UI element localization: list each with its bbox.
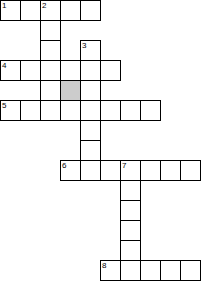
crossword-cell[interactable] xyxy=(20,100,41,121)
crossword-cell[interactable] xyxy=(80,120,101,141)
crossword-cell[interactable] xyxy=(60,100,81,121)
crossword-cell[interactable] xyxy=(140,160,161,181)
crossword-cell[interactable] xyxy=(100,60,121,81)
crossword-cell[interactable] xyxy=(100,160,121,181)
crossword-cell[interactable] xyxy=(120,160,141,181)
crossword-cell[interactable] xyxy=(60,60,81,81)
crossword-cell-shaded[interactable] xyxy=(60,80,81,101)
crossword-cell[interactable] xyxy=(120,100,141,121)
crossword-cell[interactable] xyxy=(160,160,181,181)
crossword-cell[interactable] xyxy=(140,260,161,281)
crossword-cell[interactable] xyxy=(80,160,101,181)
crossword-cell[interactable] xyxy=(40,0,61,21)
crossword-cell[interactable] xyxy=(20,60,41,81)
crossword-cell[interactable] xyxy=(100,100,121,121)
crossword-cell[interactable] xyxy=(120,220,141,241)
crossword-cell[interactable] xyxy=(80,40,101,61)
crossword-cell[interactable] xyxy=(0,0,21,21)
crossword-cell[interactable] xyxy=(0,100,21,121)
crossword-cell[interactable] xyxy=(180,160,201,181)
crossword-board: 12345678 xyxy=(0,0,201,281)
crossword-cell[interactable] xyxy=(80,60,101,81)
crossword-cell[interactable] xyxy=(40,80,61,101)
crossword-cell[interactable] xyxy=(60,160,81,181)
crossword-cell[interactable] xyxy=(0,60,21,81)
crossword-cell[interactable] xyxy=(20,0,41,21)
crossword-cell[interactable] xyxy=(80,100,101,121)
crossword-cell[interactable] xyxy=(40,20,61,41)
crossword-cell[interactable] xyxy=(80,140,101,161)
crossword-cell[interactable] xyxy=(40,60,61,81)
crossword-cell[interactable] xyxy=(60,0,81,21)
crossword-cell[interactable] xyxy=(40,40,61,61)
crossword-cell[interactable] xyxy=(180,260,201,281)
crossword-cell[interactable] xyxy=(140,100,161,121)
crossword-cell[interactable] xyxy=(120,180,141,201)
crossword-cell[interactable] xyxy=(100,260,121,281)
crossword-cell[interactable] xyxy=(80,80,101,101)
crossword-cell[interactable] xyxy=(80,0,101,21)
crossword-cell[interactable] xyxy=(120,260,141,281)
crossword-cell[interactable] xyxy=(160,260,181,281)
crossword-cell[interactable] xyxy=(40,100,61,121)
crossword-cell[interactable] xyxy=(120,240,141,261)
crossword-cell[interactable] xyxy=(120,200,141,221)
